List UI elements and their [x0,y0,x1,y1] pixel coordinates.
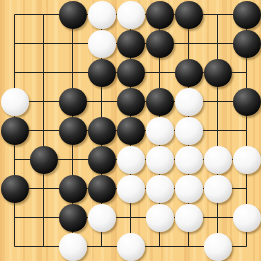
board-point-7-1[interactable] [174,0,203,29]
black-stone[interactable] [59,1,87,29]
board-point-3-7[interactable] [58,174,87,203]
board-point-8-1[interactable] [203,0,232,29]
white-stone[interactable] [233,204,261,232]
board-point-5-2[interactable] [116,29,145,58]
black-stone[interactable] [59,175,87,203]
black-stone[interactable] [88,59,116,87]
board-point-6-6[interactable] [145,145,174,174]
board-point-8-3[interactable] [203,58,232,87]
black-stone[interactable] [117,88,145,116]
white-stone[interactable] [117,233,145,261]
black-stone[interactable] [59,117,87,145]
board-point-8-9[interactable] [203,232,232,261]
board-point-3-5[interactable] [58,116,87,145]
board-point-7-7[interactable] [174,174,203,203]
board-point-1-1[interactable] [0,0,29,29]
board-point-6-2[interactable] [145,29,174,58]
board-point-3-9[interactable] [58,232,87,261]
board-point-3-4[interactable] [58,87,87,116]
board-point-9-9[interactable] [232,232,261,261]
white-stone[interactable] [204,175,232,203]
board-point-4-1[interactable] [87,0,116,29]
board-point-4-8[interactable] [87,203,116,232]
board-point-9-3[interactable] [232,58,261,87]
black-stone[interactable] [1,117,29,145]
board-point-2-8[interactable] [29,203,58,232]
black-stone[interactable] [1,175,29,203]
black-stone[interactable] [233,30,261,58]
board-point-5-4[interactable] [116,87,145,116]
white-stone[interactable] [175,146,203,174]
board-point-9-8[interactable] [232,203,261,232]
board-point-6-8[interactable] [145,203,174,232]
board-point-6-4[interactable] [145,87,174,116]
white-stone[interactable] [146,146,174,174]
board-point-8-6[interactable] [203,145,232,174]
white-stone[interactable] [175,204,203,232]
board-point-9-1[interactable] [232,0,261,29]
board-point-5-5[interactable] [116,116,145,145]
board-point-6-1[interactable] [145,0,174,29]
board-point-7-3[interactable] [174,58,203,87]
board-point-8-8[interactable] [203,203,232,232]
board-point-2-9[interactable] [29,232,58,261]
board-point-7-4[interactable] [174,87,203,116]
black-stone[interactable] [146,30,174,58]
board-point-3-6[interactable] [58,145,87,174]
board-point-7-9[interactable] [174,232,203,261]
white-stone[interactable] [88,30,116,58]
black-stone[interactable] [204,59,232,87]
white-stone[interactable] [59,233,87,261]
board-point-1-6[interactable] [0,145,29,174]
board-point-1-3[interactable] [0,58,29,87]
white-stone[interactable] [204,146,232,174]
board-point-6-5[interactable] [145,116,174,145]
board-point-4-4[interactable] [87,87,116,116]
board-point-1-4[interactable] [0,87,29,116]
white-stone[interactable] [146,175,174,203]
board-point-8-2[interactable] [203,29,232,58]
black-stone[interactable] [117,59,145,87]
black-stone[interactable] [88,117,116,145]
board-point-4-9[interactable] [87,232,116,261]
board-point-3-2[interactable] [58,29,87,58]
white-stone[interactable] [204,233,232,261]
board-point-5-9[interactable] [116,232,145,261]
white-stone[interactable] [146,117,174,145]
board-point-2-3[interactable] [29,58,58,87]
board-point-6-7[interactable] [145,174,174,203]
board-point-2-5[interactable] [29,116,58,145]
board-point-4-6[interactable] [87,145,116,174]
board-point-7-6[interactable] [174,145,203,174]
black-stone[interactable] [233,88,261,116]
black-stone[interactable] [59,204,87,232]
board-point-5-6[interactable] [116,145,145,174]
black-stone[interactable] [88,146,116,174]
white-stone[interactable] [117,146,145,174]
black-stone[interactable] [175,59,203,87]
board-point-2-2[interactable] [29,29,58,58]
black-stone[interactable] [233,1,261,29]
board-point-3-1[interactable] [58,0,87,29]
board-point-5-8[interactable] [116,203,145,232]
board-point-1-9[interactable] [0,232,29,261]
go-board [0,0,261,261]
board-point-2-6[interactable] [29,145,58,174]
black-stone[interactable] [146,88,174,116]
white-stone[interactable] [146,204,174,232]
board-point-6-3[interactable] [145,58,174,87]
board-point-1-2[interactable] [0,29,29,58]
board-point-4-2[interactable] [87,29,116,58]
black-stone[interactable] [88,175,116,203]
board-point-8-5[interactable] [203,116,232,145]
board-point-2-7[interactable] [29,174,58,203]
white-stone[interactable] [117,1,145,29]
board-point-9-2[interactable] [232,29,261,58]
white-stone[interactable] [1,88,29,116]
black-stone[interactable] [117,117,145,145]
board-point-7-5[interactable] [174,116,203,145]
board-points [0,0,261,261]
board-point-8-7[interactable] [203,174,232,203]
board-point-3-3[interactable] [58,58,87,87]
board-point-1-7[interactable] [0,174,29,203]
black-stone[interactable] [59,88,87,116]
board-point-5-7[interactable] [116,174,145,203]
board-point-9-5[interactable] [232,116,261,145]
white-stone[interactable] [88,1,116,29]
board-point-5-3[interactable] [116,58,145,87]
black-stone[interactable] [30,146,58,174]
white-stone[interactable] [175,175,203,203]
board-point-7-2[interactable] [174,29,203,58]
board-point-4-5[interactable] [87,116,116,145]
black-stone[interactable] [117,30,145,58]
white-stone[interactable] [88,204,116,232]
board-point-8-4[interactable] [203,87,232,116]
board-point-6-9[interactable] [145,232,174,261]
white-stone[interactable] [175,88,203,116]
board-point-3-8[interactable] [58,203,87,232]
board-point-2-1[interactable] [29,0,58,29]
black-stone[interactable] [146,1,174,29]
board-point-7-8[interactable] [174,203,203,232]
board-point-1-5[interactable] [0,116,29,145]
board-point-9-7[interactable] [232,174,261,203]
white-stone[interactable] [233,146,261,174]
board-point-2-4[interactable] [29,87,58,116]
board-point-9-6[interactable] [232,145,261,174]
board-point-1-8[interactable] [0,203,29,232]
board-point-9-4[interactable] [232,87,261,116]
board-point-4-3[interactable] [87,58,116,87]
board-point-5-1[interactable] [116,0,145,29]
board-point-4-7[interactable] [87,174,116,203]
white-stone[interactable] [117,175,145,203]
black-stone[interactable] [175,1,203,29]
white-stone[interactable] [175,117,203,145]
